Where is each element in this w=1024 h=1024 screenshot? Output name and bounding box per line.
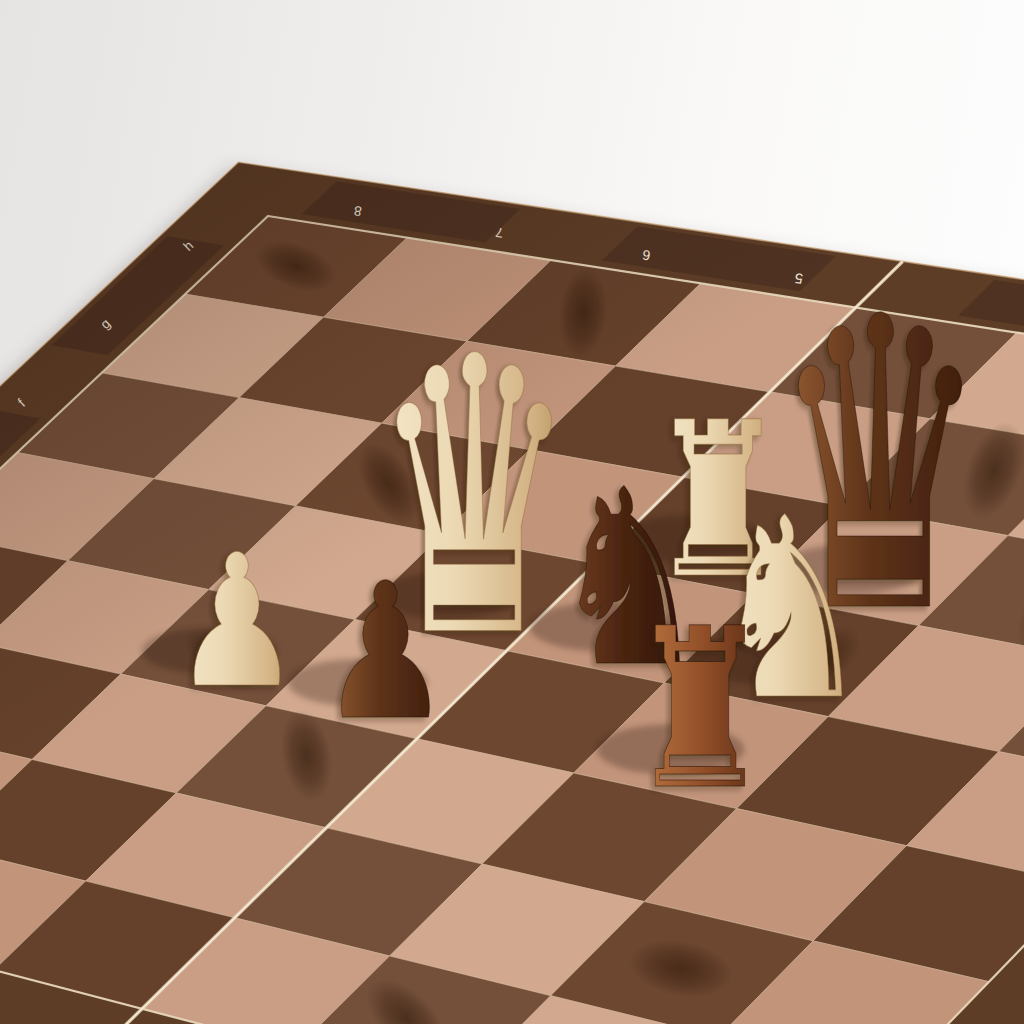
scene-background: 8765hgf♜♛♛♞♟♞♟♜	[0, 0, 1024, 1024]
piece-dark-rook-d3[interactable]: ♜	[629, 581, 772, 838]
chessboard: 8765hgf♜♛♛♞♟♞♟♜	[0, 0, 1024, 1024]
piece-white-pawn-d6[interactable]: ♟	[173, 515, 301, 728]
piece-dark-pawn-d5[interactable]: ♟	[320, 543, 451, 762]
